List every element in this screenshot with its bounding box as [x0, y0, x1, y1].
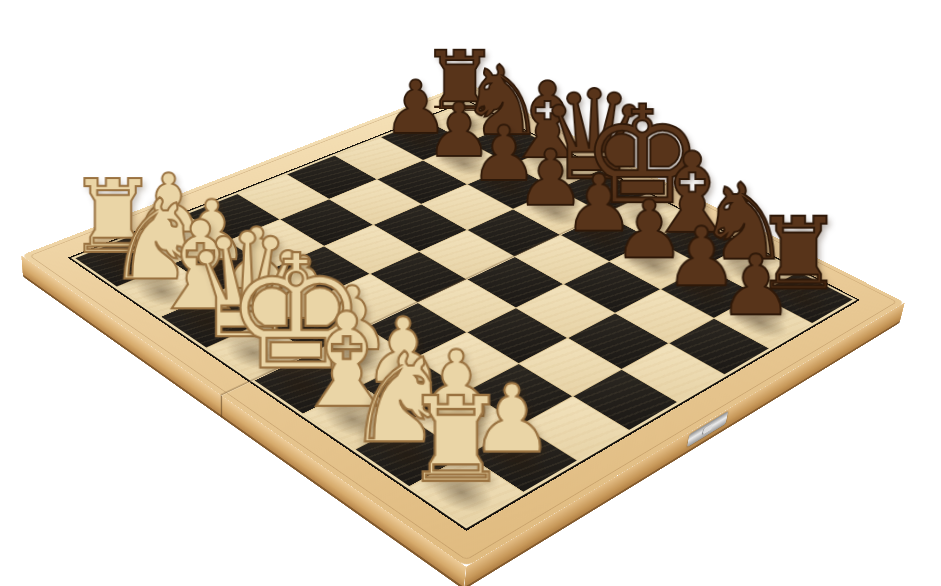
square-h1[interactable]: ♜: [410, 456, 522, 525]
playfield-border: ♜♞♝♛♚♝♞♜♟♟♟♟♟♟♟♟♟♟♟♟♟♟♟♟♜♞♝♛♚♝♞♜: [67, 100, 859, 531]
board-surface: ♜♞♝♛♚♝♞♜♟♟♟♟♟♟♟♟♟♟♟♟♟♟♟♟♜♞♝♛♚♝♞♜: [21, 83, 905, 567]
chess-board-grid: ♜♞♝♛♚♝♞♜♟♟♟♟♟♟♟♟♟♟♟♟♟♟♟♟♜♞♝♛♚♝♞♜: [75, 103, 852, 525]
black-pawn[interactable]: ♟: [668, 162, 841, 325]
chess-box: ♜♞♝♛♚♝♞♜♟♟♟♟♟♟♟♟♟♟♟♟♟♟♟♟♜♞♝♛♚♝♞♜: [21, 83, 905, 567]
black-pawn-glyph: ♟: [717, 246, 792, 325]
white-rook-glyph: ♜: [402, 384, 507, 496]
clasp-hook-icon: [702, 423, 712, 434]
white-rook[interactable]: ♜: [355, 307, 555, 495]
product-photo-stage: ♜♞♝♛♚♝♞♜♟♟♟♟♟♟♟♟♟♟♟♟♟♟♟♟♜♞♝♛♚♝♞♜: [0, 0, 941, 586]
